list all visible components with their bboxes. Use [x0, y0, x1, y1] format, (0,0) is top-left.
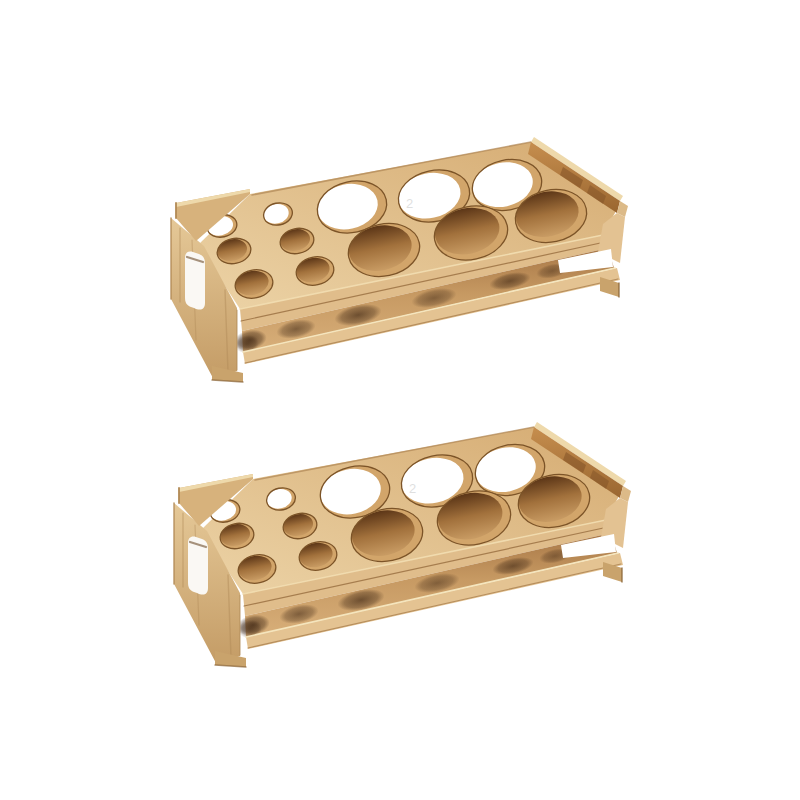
watermark-mark: 2 — [406, 196, 413, 211]
rack-2: 2 — [174, 422, 631, 667]
rack-1: 2 — [171, 137, 628, 382]
product-photo: 22 — [0, 0, 800, 800]
racks-group: 22 — [171, 137, 631, 667]
scene-canvas: 22 — [0, 0, 800, 800]
watermark-mark: 2 — [409, 481, 416, 496]
